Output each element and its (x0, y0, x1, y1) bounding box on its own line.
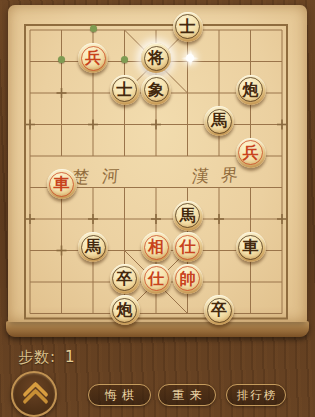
move-hint-dot[interactable] (90, 25, 97, 32)
move-hint-dot[interactable] (121, 56, 128, 63)
step-value: 1 (65, 348, 76, 366)
piece-炮-black[interactable]: 炮 (236, 75, 266, 105)
piece-仕-red[interactable]: 仕 (141, 264, 171, 294)
piece-馬-black[interactable]: 馬 (204, 106, 234, 136)
restart-button[interactable]: 重来 (158, 384, 216, 406)
xiangqi-app-screen: 楚河 漢界 士兵将士象炮馬兵車馬馬相仕車卒仕帥炮卒 步数:1 悔棋 重来 排行榜 (0, 0, 315, 417)
piece-将-black[interactable]: 将 (141, 43, 171, 73)
xiangqi-board[interactable]: 楚河 漢界 士兵将士象炮馬兵車馬馬相仕車卒仕帥炮卒 (8, 5, 307, 322)
piece-卒-black[interactable]: 卒 (110, 264, 140, 294)
piece-馬-black[interactable]: 馬 (78, 232, 108, 262)
river-label-right: 漢界 (191, 163, 251, 188)
piece-士-black[interactable]: 士 (173, 12, 203, 42)
piece-帥-red[interactable]: 帥 (173, 264, 203, 294)
step-counter: 步数:1 (18, 348, 76, 367)
expand-menu-button[interactable] (11, 371, 57, 417)
piece-兵-red[interactable]: 兵 (236, 138, 266, 168)
piece-車-black[interactable]: 車 (236, 232, 266, 262)
piece-車-red[interactable]: 車 (47, 169, 77, 199)
piece-炮-black[interactable]: 炮 (110, 295, 140, 325)
river-label-left: 楚河 (71, 164, 133, 189)
undo-button[interactable]: 悔棋 (88, 384, 151, 406)
piece-卒-black[interactable]: 卒 (204, 295, 234, 325)
piece-仕-red[interactable]: 仕 (173, 232, 203, 262)
step-label: 步数: (18, 348, 56, 366)
piece-馬-black[interactable]: 馬 (173, 201, 203, 231)
move-hint-dot[interactable] (58, 56, 65, 63)
piece-象-black[interactable]: 象 (141, 75, 171, 105)
piece-相-red[interactable]: 相 (141, 232, 171, 262)
leaderboard-button[interactable]: 排行榜 (226, 384, 286, 406)
piece-士-black[interactable]: 士 (110, 75, 140, 105)
piece-兵-red[interactable]: 兵 (78, 43, 108, 73)
board-3d-edge (6, 321, 309, 337)
